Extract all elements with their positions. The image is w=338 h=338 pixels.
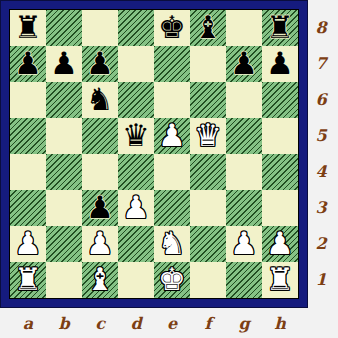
square-d8[interactable] [118,10,154,46]
black-king-e8: ♚ [158,9,186,45]
square-b5[interactable] [46,118,82,154]
file-label-f: f [190,313,226,335]
black-pawn-a7: ♟ [14,45,42,81]
square-f2[interactable] [190,226,226,262]
square-b2[interactable] [46,226,82,262]
square-f1[interactable] [190,262,226,298]
square-g5[interactable] [226,118,262,154]
white-rook-a1: ♜ [14,261,42,297]
square-h4[interactable] [262,154,298,190]
square-c3[interactable]: ♟ [82,190,118,226]
white-pawn-g2: ♟ [230,225,258,261]
square-d2[interactable] [118,226,154,262]
square-b6[interactable] [46,82,82,118]
square-d7[interactable] [118,46,154,82]
file-label-c: c [82,313,118,335]
square-b1[interactable] [46,262,82,298]
white-bishop-c1: ♝ [86,261,114,297]
square-c6[interactable]: ♞ [82,82,118,118]
white-pawn-e5: ♟ [158,117,186,153]
white-pawn-d3: ♟ [122,189,150,225]
file-label-b: b [46,313,82,335]
rank-label-8: 8 [306,17,336,39]
square-a5[interactable] [10,118,46,154]
rank-label-2: 2 [306,233,336,255]
square-h6[interactable] [262,82,298,118]
square-c1[interactable]: ♝ [82,262,118,298]
square-h3[interactable] [262,190,298,226]
square-b7[interactable]: ♟ [46,46,82,82]
black-pawn-h7: ♟ [266,45,294,81]
square-h7[interactable]: ♟ [262,46,298,82]
square-h5[interactable] [262,118,298,154]
white-pawn-h2: ♟ [266,225,294,261]
black-bishop-f8: ♝ [194,9,222,45]
square-a2[interactable]: ♟ [10,226,46,262]
black-knight-c6: ♞ [86,81,114,117]
square-c8[interactable] [82,10,118,46]
rank-label-7: 7 [306,53,336,75]
square-g8[interactable] [226,10,262,46]
square-a7[interactable]: ♟ [10,46,46,82]
white-pawn-a2: ♟ [14,225,42,261]
square-c4[interactable] [82,154,118,190]
square-a1[interactable]: ♜ [10,262,46,298]
square-h8[interactable]: ♜ [262,10,298,46]
black-queen-d5: ♛ [122,117,150,153]
square-c5[interactable] [82,118,118,154]
square-g4[interactable] [226,154,262,190]
white-pawn-c2: ♟ [86,225,114,261]
square-a4[interactable] [10,154,46,190]
square-g2[interactable]: ♟ [226,226,262,262]
square-a3[interactable] [10,190,46,226]
black-pawn-c7: ♟ [86,45,114,81]
rank-label-5: 5 [306,125,336,147]
rank-label-6: 6 [306,89,336,111]
square-a8[interactable]: ♜ [10,10,46,46]
square-e7[interactable] [154,46,190,82]
black-rook-h8: ♜ [266,9,294,45]
chess-board: ♜♚♝♜♟♟♟♟♟♞♛♟♛♟♟♟♟♞♟♟♜♝♚♜ [9,9,299,299]
black-pawn-b7: ♟ [50,45,78,81]
square-c7[interactable]: ♟ [82,46,118,82]
white-knight-e2: ♞ [158,225,186,261]
file-label-h: h [262,313,298,335]
square-e1[interactable]: ♚ [154,262,190,298]
square-g3[interactable] [226,190,262,226]
board-frame: ♜♚♝♜♟♟♟♟♟♞♛♟♛♟♟♟♟♞♟♟♜♝♚♜ [1,1,307,307]
rank-label-3: 3 [306,197,336,219]
black-pawn-c3: ♟ [86,189,114,225]
board-inner-margin: ♜♚♝♜♟♟♟♟♟♞♛♟♛♟♟♟♟♞♟♟♜♝♚♜ [9,9,299,299]
square-a6[interactable] [10,82,46,118]
file-label-e: e [154,313,190,335]
square-h1[interactable]: ♜ [262,262,298,298]
file-label-g: g [226,313,262,335]
square-g7[interactable]: ♟ [226,46,262,82]
square-d6[interactable] [118,82,154,118]
square-e6[interactable] [154,82,190,118]
square-g6[interactable] [226,82,262,118]
chess-diagram: ♜♚♝♜♟♟♟♟♟♞♛♟♛♟♟♟♟♞♟♟♜♝♚♜ abcdefgh 876543… [0,0,338,338]
square-e2[interactable]: ♞ [154,226,190,262]
square-e8[interactable]: ♚ [154,10,190,46]
black-rook-a8: ♜ [14,9,42,45]
square-b8[interactable] [46,10,82,46]
white-queen-f5: ♛ [194,117,222,153]
square-e5[interactable]: ♟ [154,118,190,154]
square-g1[interactable] [226,262,262,298]
square-h2[interactable]: ♟ [262,226,298,262]
square-c2[interactable]: ♟ [82,226,118,262]
square-f3[interactable] [190,190,226,226]
square-e3[interactable] [154,190,190,226]
rank-label-4: 4 [306,161,336,183]
square-b3[interactable] [46,190,82,226]
white-rook-h1: ♜ [266,261,294,297]
file-label-a: a [10,313,46,335]
square-f5[interactable]: ♛ [190,118,226,154]
square-f7[interactable] [190,46,226,82]
square-b4[interactable] [46,154,82,190]
square-f6[interactable] [190,82,226,118]
rank-label-1: 1 [306,269,336,291]
square-d1[interactable] [118,262,154,298]
square-d3[interactable]: ♟ [118,190,154,226]
square-f4[interactable] [190,154,226,190]
square-e4[interactable] [154,154,190,190]
square-d5[interactable]: ♛ [118,118,154,154]
square-d4[interactable] [118,154,154,190]
white-king-e1: ♚ [158,261,186,297]
file-label-d: d [118,313,154,335]
square-f8[interactable]: ♝ [190,10,226,46]
black-pawn-g7: ♟ [230,45,258,81]
